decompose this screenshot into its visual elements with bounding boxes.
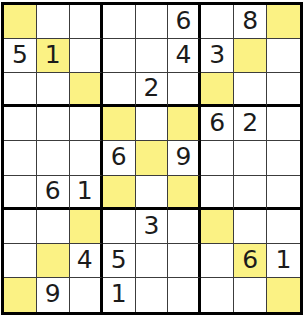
cell-r9c6[interactable] [168,278,201,312]
cell-r1c7[interactable] [201,5,234,39]
cell-r6c2[interactable]: 6 [37,176,70,210]
cell-r9c8[interactable] [234,278,267,312]
given-digit: 6 [242,247,258,272]
given-digit: 9 [45,281,61,306]
cell-r7c7[interactable] [201,210,234,244]
cell-r3c7[interactable] [201,73,234,107]
cell-r4c9[interactable] [267,107,300,141]
cell-r3c2[interactable] [37,73,70,107]
given-digit: 8 [242,8,258,33]
cell-r2c9[interactable] [267,39,300,73]
given-digit: 1 [45,42,61,67]
cell-r6c3[interactable]: 1 [70,176,103,210]
cell-r6c7[interactable] [201,176,234,210]
cell-r9c4[interactable]: 1 [103,278,136,312]
cell-r4c7[interactable]: 6 [201,107,234,141]
given-digit: 3 [209,42,225,67]
cell-r3c8[interactable] [234,73,267,107]
cell-r6c4[interactable] [103,176,136,210]
cell-r8c6[interactable] [168,244,201,278]
given-digit: 1 [77,178,93,203]
cell-r2c1[interactable]: 5 [4,39,37,73]
cell-r2c3[interactable] [70,39,103,73]
cell-r5c1[interactable] [4,141,37,175]
cell-r1c9[interactable] [267,5,300,39]
cell-r3c4[interactable] [103,73,136,107]
cell-r2c5[interactable] [136,39,169,73]
cell-r8c5[interactable] [136,244,169,278]
given-digit: 6 [45,178,61,203]
cell-r1c8[interactable]: 8 [234,5,267,39]
cell-r8c7[interactable] [201,244,234,278]
cell-r9c7[interactable] [201,278,234,312]
given-digit: 1 [111,281,127,306]
given-digit: 9 [175,144,191,169]
cell-r4c5[interactable] [136,107,169,141]
cell-r7c4[interactable] [103,210,136,244]
given-digit: 6 [111,144,127,169]
cell-r9c5[interactable] [136,278,169,312]
given-digit: 3 [144,213,160,238]
cell-r1c3[interactable] [70,5,103,39]
cell-r3c5[interactable]: 2 [136,73,169,107]
cell-r5c7[interactable] [201,141,234,175]
given-digit: 4 [77,247,93,272]
cell-r6c9[interactable] [267,176,300,210]
cell-r7c2[interactable] [37,210,70,244]
cell-r4c1[interactable] [4,107,37,141]
cell-r5c5[interactable] [136,141,169,175]
cell-r8c1[interactable] [4,244,37,278]
cell-r1c6[interactable]: 6 [168,5,201,39]
cell-r2c2[interactable]: 1 [37,39,70,73]
cell-r8c3[interactable]: 4 [70,244,103,278]
cell-r1c1[interactable] [4,5,37,39]
cell-r5c2[interactable] [37,141,70,175]
cell-r8c9[interactable]: 1 [267,244,300,278]
cell-r9c1[interactable] [4,278,37,312]
cell-r5c6[interactable]: 9 [168,141,201,175]
cell-r5c4[interactable]: 6 [103,141,136,175]
given-digit: 6 [209,110,225,135]
cell-r8c8[interactable]: 6 [234,244,267,278]
cell-r6c1[interactable] [4,176,37,210]
cell-r4c2[interactable] [37,107,70,141]
cell-r5c8[interactable] [234,141,267,175]
cell-r7c3[interactable] [70,210,103,244]
cell-r7c5[interactable]: 3 [136,210,169,244]
cell-r4c6[interactable] [168,107,201,141]
given-digit: 2 [144,75,160,100]
cell-r8c2[interactable] [37,244,70,278]
cell-r9c9[interactable] [267,278,300,312]
cell-r6c6[interactable] [168,176,201,210]
cell-r9c3[interactable] [70,278,103,312]
cell-r6c8[interactable] [234,176,267,210]
cell-r2c4[interactable] [103,39,136,73]
cell-r3c9[interactable] [267,73,300,107]
cell-r7c8[interactable] [234,210,267,244]
cell-r4c3[interactable] [70,107,103,141]
given-digit: 5 [111,247,127,272]
cell-r3c6[interactable] [168,73,201,107]
cell-r1c4[interactable] [103,5,136,39]
cell-r6c5[interactable] [136,176,169,210]
sudoku-board: 68514326269613456191 [1,2,303,315]
given-digit: 1 [276,247,292,272]
cell-r1c5[interactable] [136,5,169,39]
cell-r4c8[interactable]: 2 [234,107,267,141]
cell-r5c3[interactable] [70,141,103,175]
cell-r8c4[interactable]: 5 [103,244,136,278]
cell-r2c6[interactable]: 4 [168,39,201,73]
cell-r5c9[interactable] [267,141,300,175]
cell-r7c1[interactable] [4,210,37,244]
cell-r3c3[interactable] [70,73,103,107]
given-digit: 6 [175,8,191,33]
given-digit: 2 [242,110,258,135]
cell-r3c1[interactable] [4,73,37,107]
cell-r2c8[interactable] [234,39,267,73]
given-digit: 4 [175,42,191,67]
cell-r4c4[interactable] [103,107,136,141]
cell-r1c2[interactable] [37,5,70,39]
cell-r7c6[interactable] [168,210,201,244]
given-digit: 5 [12,42,28,67]
cell-r9c2[interactable]: 9 [37,278,70,312]
cell-r2c7[interactable]: 3 [201,39,234,73]
cell-r7c9[interactable] [267,210,300,244]
